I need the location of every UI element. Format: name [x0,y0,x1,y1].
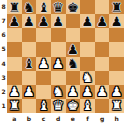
square-f2[interactable]: ♟ [80,85,95,99]
square-f1[interactable]: ♝ [80,99,95,113]
white-bishop-c1: ♝ [38,99,50,112]
square-b3[interactable] [22,71,37,85]
square-d4[interactable]: ♟ [51,57,66,71]
square-f4[interactable] [80,57,95,71]
black-pawn-g7: ♟ [96,14,108,27]
black-knight-e4: ♞ [67,57,79,70]
square-h7[interactable]: ♟ [109,14,124,28]
square-b1[interactable] [22,99,37,113]
square-c8[interactable]: ♝ [36,0,51,14]
square-a7[interactable]: ♟ [7,14,22,28]
white-knight-f3: ♞ [82,71,94,84]
square-h1[interactable]: ♜ [109,99,124,113]
black-knight-b8: ♞ [23,0,35,13]
square-g8[interactable] [95,0,110,14]
square-e7[interactable] [66,14,81,28]
white-queen-d1: ♛ [52,99,64,112]
square-b5[interactable] [22,42,37,56]
square-h3[interactable] [109,71,124,85]
square-d1[interactable]: ♛ [51,99,66,113]
square-b7[interactable]: ♟ [22,14,37,28]
rank-label-2: 2 [0,85,7,99]
square-a4[interactable] [7,57,22,71]
black-king-e8: ♚ [67,0,79,13]
black-rook-a8: ♜ [8,0,20,13]
black-bishop-b4: ♝ [23,57,35,70]
square-d3[interactable] [51,71,66,85]
square-e8[interactable]: ♚ [66,0,81,14]
file-labels: abcdefgh [7,113,124,124]
board-row: 87654321 ♜♞♝♛♚♜♟♟♟♟♟♟♟♟♝♟♟♞♞♟♟♞♟♟♟♟♜♝♛♚♝… [0,0,124,113]
file-label-a: a [7,113,22,124]
square-d6[interactable] [51,28,66,42]
square-c5[interactable] [36,42,51,56]
square-g3[interactable] [95,71,110,85]
square-g4[interactable] [95,57,110,71]
square-f6[interactable] [80,28,95,42]
file-label-g: g [95,113,110,124]
white-pawn-f2: ♟ [82,85,94,98]
file-label-d: d [51,113,66,124]
chess-board: ♜♞♝♛♚♜♟♟♟♟♟♟♟♟♝♟♟♞♞♟♟♞♟♟♟♟♜♝♛♚♝♜ [7,0,124,113]
file-label-b: b [22,113,37,124]
black-pawn-a7: ♟ [8,14,20,27]
black-bishop-c8: ♝ [38,0,50,13]
white-pawn-e2: ♟ [67,85,79,98]
rank-label-3: 3 [0,71,7,85]
square-c2[interactable] [36,85,51,99]
black-pawn-b7: ♟ [23,14,35,27]
black-pawn-e5: ♟ [67,42,79,55]
square-e3[interactable] [66,71,81,85]
white-pawn-c4: ♟ [38,57,50,70]
white-knight-d2: ♞ [52,85,64,98]
square-a8[interactable]: ♜ [7,0,22,14]
black-pawn-d7: ♟ [52,14,64,27]
rank-label-7: 7 [0,14,7,28]
square-g5[interactable] [95,42,110,56]
rank-label-6: 6 [0,28,7,42]
rank-label-8: 8 [0,0,7,14]
black-pawn-f7: ♟ [82,14,94,27]
square-e6[interactable] [66,28,81,42]
square-e4[interactable]: ♞ [66,57,81,71]
rank-label-1: 1 [0,99,7,113]
square-a1[interactable]: ♜ [7,99,22,113]
square-a5[interactable] [7,42,22,56]
white-bishop-f1: ♝ [82,99,94,112]
white-pawn-b2: ♟ [23,85,35,98]
white-rook-h1: ♜ [111,99,123,112]
square-h5[interactable] [109,42,124,56]
square-c4[interactable]: ♟ [36,57,51,71]
square-a6[interactable] [7,28,22,42]
rank-label-5: 5 [0,42,7,56]
chess-diagram: 87654321 ♜♞♝♛♚♜♟♟♟♟♟♟♟♟♝♟♟♞♞♟♟♞♟♟♟♟♜♝♛♚♝… [0,0,124,124]
file-labels-row: abcdefgh [0,113,124,124]
square-c3[interactable] [36,71,51,85]
file-label-e: e [66,113,81,124]
white-pawn-h2: ♟ [111,85,123,98]
square-d2[interactable]: ♞ [51,85,66,99]
file-label-h: h [109,113,124,124]
square-e5[interactable]: ♟ [66,42,81,56]
black-pawn-h7: ♟ [111,14,123,27]
file-label-f: f [80,113,95,124]
square-f8[interactable] [80,0,95,14]
rank-label-4: 4 [0,57,7,71]
white-pawn-d4: ♟ [52,57,64,70]
white-king-e1: ♚ [67,99,79,112]
square-h8[interactable]: ♜ [109,0,124,14]
white-pawn-g2: ♟ [96,85,108,98]
square-c1[interactable]: ♝ [36,99,51,113]
square-h6[interactable] [109,28,124,42]
rank-labels: 87654321 [0,0,7,113]
square-a3[interactable] [7,71,22,85]
square-g6[interactable] [95,28,110,42]
square-e2[interactable]: ♟ [66,85,81,99]
square-h2[interactable]: ♟ [109,85,124,99]
square-d7[interactable]: ♟ [51,14,66,28]
square-a2[interactable]: ♟ [7,85,22,99]
square-b2[interactable]: ♟ [22,85,37,99]
square-h4[interactable] [109,57,124,71]
square-d5[interactable] [51,42,66,56]
square-e1[interactable]: ♚ [66,99,81,113]
square-b6[interactable] [22,28,37,42]
square-c7[interactable]: ♟ [36,14,51,28]
square-f5[interactable] [80,42,95,56]
file-label-c: c [36,113,51,124]
square-b4[interactable]: ♝ [22,57,37,71]
black-pawn-c7: ♟ [38,14,50,27]
black-queen-d8: ♛ [52,0,64,13]
square-c6[interactable] [36,28,51,42]
square-d8[interactable]: ♛ [51,0,66,14]
square-f3[interactable]: ♞ [80,71,95,85]
square-g1[interactable] [95,99,110,113]
corner-spacer [0,113,7,124]
white-rook-a1: ♜ [8,99,20,112]
black-rook-h8: ♜ [111,0,123,13]
square-g2[interactable]: ♟ [95,85,110,99]
white-pawn-a2: ♟ [8,85,20,98]
square-b8[interactable]: ♞ [22,0,37,14]
square-f7[interactable]: ♟ [80,14,95,28]
square-g7[interactable]: ♟ [95,14,110,28]
